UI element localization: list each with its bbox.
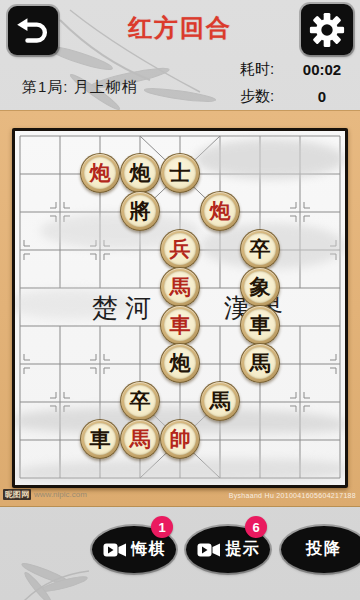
piece-glyph: 車 bbox=[90, 428, 111, 449]
piece-glyph: 帥 bbox=[170, 428, 191, 449]
piece-face: 將 bbox=[124, 195, 156, 227]
piece-glyph: 卒 bbox=[130, 390, 151, 411]
piece-black[interactable]: 馬 bbox=[240, 343, 280, 383]
piece-face: 車 bbox=[84, 423, 116, 455]
piece-red[interactable]: 馬 bbox=[120, 419, 160, 459]
steps-row: 步数: 0 bbox=[240, 87, 356, 106]
piece-face: 車 bbox=[244, 309, 276, 341]
stats-panel: 耗时: 00:02 步数: 0 bbox=[240, 60, 356, 114]
piece-red[interactable]: 兵 bbox=[160, 229, 200, 269]
resign-button[interactable]: 投降 bbox=[281, 526, 360, 573]
piece-face: 炮 bbox=[204, 195, 236, 227]
piece-red[interactable]: 炮 bbox=[80, 153, 120, 193]
piece-face: 卒 bbox=[124, 385, 156, 417]
piece-face: 士 bbox=[164, 157, 196, 189]
piece-face: 馬 bbox=[164, 271, 196, 303]
hint-button-label: 提示 bbox=[226, 539, 260, 560]
piece-glyph: 兵 bbox=[170, 238, 191, 259]
piece-black[interactable]: 炮 bbox=[120, 153, 160, 193]
time-label: 耗时: bbox=[240, 60, 288, 79]
piece-black[interactable]: 士 bbox=[160, 153, 200, 193]
hint-badge: 6 bbox=[245, 516, 267, 538]
piece-glyph: 車 bbox=[250, 314, 271, 335]
piece-black[interactable]: 將 bbox=[120, 191, 160, 231]
piece-red[interactable]: 車 bbox=[160, 305, 200, 345]
piece-black[interactable]: 車 bbox=[80, 419, 120, 459]
steps-value: 0 bbox=[288, 88, 356, 105]
piece-glyph: 馬 bbox=[170, 276, 191, 297]
piece-black[interactable]: 馬 bbox=[200, 381, 240, 421]
piece-face: 馬 bbox=[124, 423, 156, 455]
settings-button[interactable] bbox=[301, 4, 353, 55]
piece-glyph: 車 bbox=[170, 314, 191, 335]
piece-glyph: 炮 bbox=[130, 162, 151, 183]
watermark-right: Byshaand Hu 2010041605604217188 bbox=[229, 492, 356, 499]
piece-red[interactable]: 帥 bbox=[160, 419, 200, 459]
piece-glyph: 馬 bbox=[250, 352, 271, 373]
piece-black[interactable]: 象 bbox=[240, 267, 280, 307]
app-screen: 红方回合 第1局: 月上柳梢 耗时: 00:02 步数: 0 bbox=[0, 0, 360, 600]
round-label: 第1局: 月上柳梢 bbox=[22, 78, 138, 97]
piece-face: 車 bbox=[164, 309, 196, 341]
piece-glyph: 炮 bbox=[170, 352, 191, 373]
piece-face: 馬 bbox=[244, 347, 276, 379]
piece-grid: 炮炮士將炮兵卒馬象車車炮馬卒馬車馬帥 bbox=[0, 116, 360, 496]
piece-face: 炮 bbox=[124, 157, 156, 189]
piece-black[interactable]: 卒 bbox=[240, 229, 280, 269]
piece-face: 帥 bbox=[164, 423, 196, 455]
watermark-url: www.nipic.com bbox=[34, 490, 87, 499]
piece-face: 兵 bbox=[164, 233, 196, 265]
footer-bar: 悔棋 提示 投降 1 6 bbox=[0, 508, 360, 600]
piece-black[interactable]: 卒 bbox=[120, 381, 160, 421]
video-camera-icon bbox=[103, 542, 127, 558]
piece-red[interactable]: 炮 bbox=[200, 191, 240, 231]
piece-black[interactable]: 炮 bbox=[160, 343, 200, 383]
piece-glyph: 炮 bbox=[210, 200, 231, 221]
piece-face: 炮 bbox=[164, 347, 196, 379]
resign-button-label: 投降 bbox=[306, 539, 342, 560]
undo-button-label: 悔棋 bbox=[132, 539, 166, 560]
video-camera-icon bbox=[197, 542, 221, 558]
time-value: 00:02 bbox=[288, 61, 356, 78]
piece-glyph: 象 bbox=[250, 276, 271, 297]
piece-glyph: 將 bbox=[130, 200, 151, 221]
piece-face: 象 bbox=[244, 271, 276, 303]
piece-glyph: 卒 bbox=[250, 238, 271, 259]
piece-face: 炮 bbox=[84, 157, 116, 189]
piece-black[interactable]: 車 bbox=[240, 305, 280, 345]
piece-glyph: 士 bbox=[170, 162, 191, 183]
piece-face: 卒 bbox=[244, 233, 276, 265]
steps-label: 步数: bbox=[240, 87, 288, 106]
piece-glyph: 馬 bbox=[130, 428, 151, 449]
undo-badge: 1 bbox=[151, 516, 173, 538]
piece-glyph: 炮 bbox=[90, 162, 111, 183]
watermark-logo: 昵图网 bbox=[3, 489, 31, 500]
piece-red[interactable]: 馬 bbox=[160, 267, 200, 307]
piece-glyph: 馬 bbox=[210, 390, 231, 411]
piece-face: 馬 bbox=[204, 385, 236, 417]
time-row: 耗时: 00:02 bbox=[240, 60, 356, 79]
watermark-left: 昵图网 www.nipic.com bbox=[3, 489, 87, 500]
gear-icon bbox=[308, 11, 346, 49]
